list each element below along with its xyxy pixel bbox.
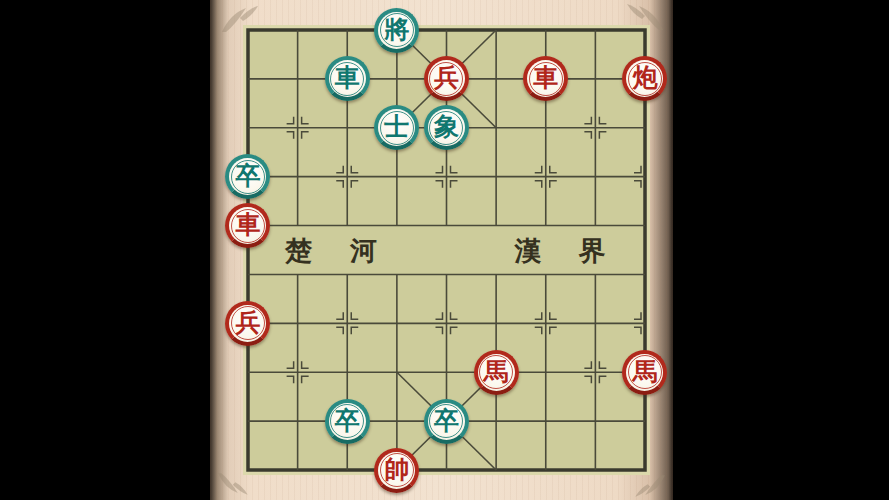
piece-black-soldier[interactable]: 卒 xyxy=(225,154,270,199)
piece-label: 卒 xyxy=(335,408,360,433)
piece-label: 車 xyxy=(533,65,558,90)
board-intersections: 將車兵車炮士象卒車兵馬馬卒卒帥 xyxy=(223,6,670,495)
piece-red-cannon[interactable]: 炮 xyxy=(622,56,667,101)
piece-red-general[interactable]: 帥 xyxy=(374,448,419,493)
piece-label: 卒 xyxy=(434,408,459,433)
piece-label: 兵 xyxy=(434,65,459,90)
piece-label: 馬 xyxy=(632,359,657,384)
piece-label: 炮 xyxy=(632,65,657,90)
piece-red-soldier[interactable]: 兵 xyxy=(225,301,270,346)
piece-black-soldier[interactable]: 卒 xyxy=(424,399,469,444)
piece-black-chariot[interactable]: 車 xyxy=(325,56,370,101)
piece-red-chariot[interactable]: 車 xyxy=(225,203,270,248)
piece-label: 將 xyxy=(384,17,409,42)
piece-label: 士 xyxy=(384,114,409,139)
piece-label: 兵 xyxy=(235,310,260,335)
piece-black-elephant[interactable]: 象 xyxy=(424,105,469,150)
piece-label: 車 xyxy=(335,65,360,90)
piece-red-horse[interactable]: 馬 xyxy=(474,350,519,395)
piece-black-soldier[interactable]: 卒 xyxy=(325,399,370,444)
piece-label: 馬 xyxy=(484,359,509,384)
piece-red-horse[interactable]: 馬 xyxy=(622,350,667,395)
piece-red-soldier[interactable]: 兵 xyxy=(424,56,469,101)
game-screen: 楚河漢界 將車兵車炮士象卒車兵馬馬卒卒帥 xyxy=(0,0,889,500)
piece-label: 車 xyxy=(235,212,260,237)
piece-label: 帥 xyxy=(384,457,409,482)
piece-black-advisor[interactable]: 士 xyxy=(374,105,419,150)
piece-label: 卒 xyxy=(235,163,260,188)
wooden-board-frame: 楚河漢界 將車兵車炮士象卒車兵馬馬卒卒帥 xyxy=(210,0,673,500)
piece-label: 象 xyxy=(434,114,459,139)
piece-red-chariot[interactable]: 車 xyxy=(523,56,568,101)
piece-black-general[interactable]: 將 xyxy=(374,8,419,53)
